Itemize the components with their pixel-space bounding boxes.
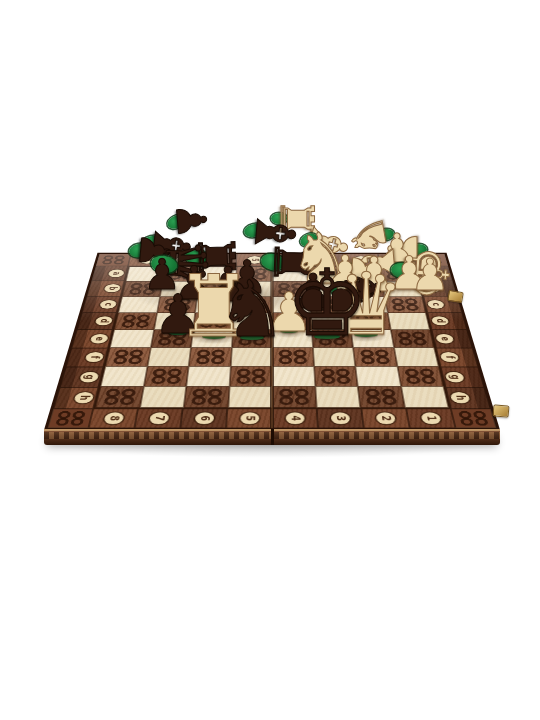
board-square bbox=[110, 330, 154, 348]
board-square bbox=[95, 386, 143, 407]
board-front-edge bbox=[44, 429, 500, 445]
board-square bbox=[349, 313, 390, 330]
board-square bbox=[233, 313, 272, 330]
board-square bbox=[272, 366, 315, 386]
coordinate-label: f bbox=[84, 352, 104, 362]
board-square bbox=[387, 313, 430, 330]
board-square bbox=[199, 267, 236, 282]
green-felt-base bbox=[243, 222, 265, 239]
board-square bbox=[197, 281, 235, 296]
border-cell: 4 bbox=[272, 254, 308, 266]
board-square bbox=[384, 297, 425, 313]
border-cell: f bbox=[66, 348, 108, 367]
coordinate-label: 6 bbox=[194, 412, 214, 424]
green-felt-base bbox=[271, 213, 287, 224]
product-photo-stage: 87654321 87654321 abcdefgh abcdefgh ♜♟♝♞… bbox=[0, 0, 540, 720]
board-square bbox=[228, 386, 272, 407]
front-edge-seam bbox=[271, 429, 274, 445]
border-cell: 6 bbox=[200, 254, 237, 266]
border-cell: 7 bbox=[164, 254, 201, 266]
coordinate-label: g bbox=[445, 372, 465, 383]
board-square bbox=[272, 386, 316, 407]
coordinate-label: 1 bbox=[420, 412, 441, 424]
board-square bbox=[315, 386, 360, 407]
border-cell: 4 bbox=[272, 409, 318, 428]
coordinate-label: d bbox=[431, 317, 450, 326]
board-square bbox=[186, 366, 230, 386]
board-square bbox=[379, 267, 418, 282]
chess-board: 87654321 87654321 abcdefgh abcdefgh bbox=[44, 253, 500, 430]
coordinate-label: 2 bbox=[375, 412, 396, 424]
board-square bbox=[390, 330, 434, 348]
green-felt-base bbox=[140, 233, 165, 252]
board-square bbox=[229, 366, 272, 386]
border-cell: 1 bbox=[378, 254, 416, 266]
board-square bbox=[126, 267, 165, 282]
board-square bbox=[195, 297, 234, 313]
coordinate-label: g bbox=[79, 372, 99, 383]
border-cell: 2 bbox=[343, 254, 380, 266]
border-cell: g bbox=[441, 367, 485, 387]
board-corner bbox=[48, 409, 94, 428]
border-cell: h bbox=[446, 387, 491, 409]
green-felt-base bbox=[298, 231, 319, 248]
board-square bbox=[351, 330, 394, 348]
border-cell: 6 bbox=[180, 409, 227, 428]
coordinate-label: 1 bbox=[389, 256, 405, 263]
board-square bbox=[105, 348, 150, 367]
coordinate-label: h bbox=[450, 392, 471, 403]
border-cell: 1 bbox=[406, 409, 455, 428]
border-cell: d bbox=[77, 312, 117, 329]
board-square bbox=[358, 386, 405, 407]
border-cell: g bbox=[60, 367, 104, 387]
board-square bbox=[355, 366, 400, 386]
board-square bbox=[184, 386, 229, 407]
board-square bbox=[157, 297, 197, 313]
board-square bbox=[394, 348, 439, 367]
chess-piece-light-rook-lying: ♜ bbox=[274, 196, 320, 242]
border-cell: 5 bbox=[236, 254, 272, 266]
coordinate-label: 8 bbox=[139, 256, 155, 263]
coordinate-label: 6 bbox=[211, 256, 226, 263]
border-cell: 5 bbox=[226, 409, 272, 428]
board-square bbox=[347, 297, 387, 313]
brass-clasp bbox=[493, 404, 510, 417]
board-square bbox=[353, 348, 397, 367]
board-square bbox=[234, 297, 272, 313]
chess-piece-dark-pawn-lying: ♟ bbox=[170, 199, 213, 242]
board-square bbox=[313, 348, 356, 367]
fold-seam bbox=[270, 254, 274, 428]
board-square bbox=[308, 267, 345, 282]
border-cell: e bbox=[71, 330, 112, 348]
border-cell: f bbox=[436, 348, 478, 367]
board-square bbox=[114, 313, 157, 330]
board-square bbox=[193, 313, 233, 330]
board-square bbox=[272, 267, 309, 282]
border-cell: h bbox=[53, 387, 98, 409]
border-cell: 3 bbox=[307, 254, 344, 266]
board-square bbox=[272, 313, 311, 330]
board-square bbox=[191, 330, 233, 348]
coordinate-label: e bbox=[90, 334, 109, 343]
green-felt-base bbox=[165, 213, 186, 231]
coordinate-label: b bbox=[423, 284, 441, 292]
board-square bbox=[272, 348, 314, 367]
coordinate-label: a bbox=[108, 269, 125, 277]
board-corner bbox=[413, 254, 448, 266]
board-square bbox=[272, 297, 310, 313]
border-cell: a bbox=[91, 266, 127, 281]
coordinate-label: a bbox=[419, 269, 436, 277]
coordinate-label: 2 bbox=[353, 256, 369, 263]
board-square bbox=[314, 366, 358, 386]
board-square bbox=[140, 386, 187, 407]
board-square bbox=[401, 386, 449, 407]
coordinate-label: 3 bbox=[318, 256, 333, 263]
board-square bbox=[101, 366, 147, 386]
board-square bbox=[231, 330, 272, 348]
board-square bbox=[122, 281, 162, 296]
board-square bbox=[160, 281, 199, 296]
board-square bbox=[147, 348, 191, 367]
board-corner bbox=[96, 254, 131, 266]
border-cell: d bbox=[427, 312, 467, 329]
brass-clasp bbox=[447, 290, 464, 303]
border-cell: a bbox=[416, 266, 452, 281]
board-square bbox=[345, 281, 384, 296]
border-cell: b bbox=[87, 281, 125, 296]
coordinate-label: e bbox=[435, 334, 454, 343]
board-square bbox=[235, 267, 272, 282]
border-cell: 8 bbox=[88, 409, 137, 428]
board-square bbox=[118, 297, 159, 313]
coordinate-label: b bbox=[104, 284, 122, 292]
coordinate-label: c bbox=[99, 300, 117, 308]
coordinate-label: d bbox=[95, 317, 114, 326]
border-cell: 2 bbox=[361, 409, 409, 428]
coordinate-label: c bbox=[427, 300, 445, 308]
board-square bbox=[162, 267, 200, 282]
border-cell: c bbox=[82, 296, 121, 312]
board-square bbox=[230, 348, 272, 367]
coordinate-label: 8 bbox=[103, 412, 124, 424]
board-square bbox=[150, 330, 193, 348]
coordinate-label: 5 bbox=[240, 412, 259, 424]
green-felt-base bbox=[377, 227, 395, 241]
coordinate-label: 7 bbox=[175, 256, 191, 263]
board-square bbox=[309, 297, 348, 313]
board-square bbox=[272, 281, 309, 296]
board-square bbox=[311, 330, 353, 348]
board-square bbox=[397, 366, 443, 386]
board-square bbox=[382, 281, 422, 296]
border-cell: 8 bbox=[128, 254, 166, 266]
coordinate-label: 5 bbox=[247, 256, 262, 263]
coordinate-label: 4 bbox=[282, 256, 297, 263]
border-cell: 7 bbox=[134, 409, 182, 428]
coordinate-label: f bbox=[440, 352, 460, 362]
board-square bbox=[143, 366, 188, 386]
board-square bbox=[272, 330, 313, 348]
border-cell: e bbox=[432, 330, 473, 348]
board-square bbox=[154, 313, 195, 330]
board-square bbox=[310, 313, 350, 330]
coordinate-label: 7 bbox=[148, 412, 169, 424]
border-cell: 3 bbox=[317, 409, 364, 428]
board-square bbox=[189, 348, 232, 367]
board-square bbox=[309, 281, 347, 296]
board-square bbox=[343, 267, 381, 282]
board-corner bbox=[451, 409, 497, 428]
coordinate-label: h bbox=[73, 392, 94, 403]
coordinate-label: 4 bbox=[285, 412, 304, 424]
board-square bbox=[235, 281, 272, 296]
coordinate-label: 3 bbox=[330, 412, 350, 424]
